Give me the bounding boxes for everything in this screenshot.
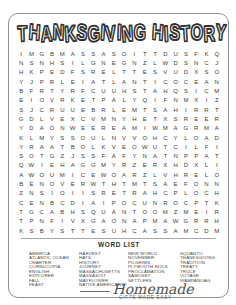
grid-cell: N bbox=[98, 58, 108, 67]
grid-cell: O bbox=[140, 133, 150, 142]
grid-cell: I bbox=[67, 58, 77, 67]
grid-cell: R bbox=[160, 198, 170, 207]
grid-cell: N bbox=[109, 114, 119, 123]
grid-cell: T bbox=[98, 179, 108, 188]
grid-cell: E bbox=[78, 95, 88, 104]
grid-cell: Q bbox=[170, 86, 180, 95]
grid-cell: K bbox=[98, 142, 108, 151]
grid-cell: X bbox=[67, 114, 77, 123]
grid-cell: F bbox=[98, 151, 108, 160]
grid-cell: L bbox=[109, 105, 119, 114]
grid-cell: I bbox=[150, 77, 160, 86]
grid-cell: V bbox=[47, 95, 57, 104]
grid-cell: H bbox=[212, 216, 222, 225]
grid-cell: S bbox=[16, 151, 26, 160]
grid-cell: S bbox=[57, 133, 67, 142]
grid-cell: W bbox=[26, 170, 36, 179]
grid-cell: O bbox=[170, 198, 180, 207]
grid-cell: S bbox=[150, 179, 160, 188]
grid-cell: O bbox=[37, 170, 47, 179]
grid-cell: H bbox=[57, 161, 67, 170]
grid-cell: S bbox=[98, 226, 108, 235]
grid-cell: O bbox=[47, 123, 57, 132]
grid-cell: V bbox=[57, 179, 67, 188]
grid-cell: Y bbox=[119, 114, 129, 123]
grid-cell: T bbox=[129, 68, 139, 77]
grid-cell: A bbox=[160, 105, 170, 114]
grid-cell: C bbox=[170, 142, 180, 151]
grid-cell: L bbox=[37, 114, 47, 123]
grid-cell: F bbox=[47, 216, 57, 225]
grid-cell: D bbox=[212, 133, 222, 142]
grid-cell: C bbox=[160, 133, 170, 142]
grid-cell: N bbox=[212, 77, 222, 86]
grid-cell: M bbox=[150, 216, 160, 225]
grid-cell: D bbox=[26, 123, 36, 132]
grid-cell: M bbox=[26, 49, 36, 58]
logo-rule bbox=[80, 291, 110, 292]
title-letter: H bbox=[28, 20, 41, 47]
grid-cell: R bbox=[181, 170, 191, 179]
grid-cell: R bbox=[191, 216, 201, 225]
grid-cell: V bbox=[129, 133, 139, 142]
grid-cell: N bbox=[26, 188, 36, 197]
grid-cell: O bbox=[37, 95, 47, 104]
grid-cell: W bbox=[67, 123, 77, 132]
grid-cell: I bbox=[212, 142, 222, 151]
grid-cell: H bbox=[150, 188, 160, 197]
grid-cell: O bbox=[26, 151, 36, 160]
grid-cell: C bbox=[16, 198, 26, 207]
grid-cell: U bbox=[98, 86, 108, 95]
grid-cell: E bbox=[109, 188, 119, 197]
grid-cell: C bbox=[78, 114, 88, 123]
grid-cell: U bbox=[170, 68, 180, 77]
grid-cell: L bbox=[181, 188, 191, 197]
grid-cell: Q bbox=[212, 49, 222, 58]
grid-cell: W bbox=[160, 58, 170, 67]
grid-cell: A bbox=[201, 151, 211, 160]
grid-cell: P bbox=[37, 68, 47, 77]
grid-cell: E bbox=[57, 114, 67, 123]
grid-cell: T bbox=[47, 86, 57, 95]
grid-cell: L bbox=[88, 142, 98, 151]
grid-cell: E bbox=[67, 77, 77, 86]
grid-cell: W bbox=[150, 123, 160, 132]
grid-cell: T bbox=[78, 226, 88, 235]
grid-cell: C bbox=[37, 207, 47, 216]
grid-cell: T bbox=[150, 49, 160, 58]
grid-cell: T bbox=[150, 114, 160, 123]
grid-cell: R bbox=[201, 105, 211, 114]
grid-cell: O bbox=[109, 170, 119, 179]
grid-cell: C bbox=[201, 58, 211, 67]
grid-cell: N bbox=[37, 216, 47, 225]
grid-cell: B bbox=[37, 226, 47, 235]
grid-cell: E bbox=[47, 68, 57, 77]
grid-cell: T bbox=[140, 86, 150, 95]
grid-cell: L bbox=[150, 58, 160, 67]
title-letter: N bbox=[121, 21, 134, 48]
grid-cell: S bbox=[181, 86, 191, 95]
grid-cell: P bbox=[140, 216, 150, 225]
grid-cell: T bbox=[140, 179, 150, 188]
grid-cell: X bbox=[191, 161, 201, 170]
puzzle-title: THANKSGIVING HISTORY bbox=[18, 21, 219, 47]
grid-cell: L bbox=[26, 133, 36, 142]
grid-cell: L bbox=[150, 170, 160, 179]
grid-cell: E bbox=[170, 179, 180, 188]
grid-cell: A bbox=[170, 123, 180, 132]
grid-cell: A bbox=[170, 226, 180, 235]
grid-cell: T bbox=[201, 198, 211, 207]
grid-cell: B bbox=[57, 207, 67, 216]
grid-cell: V bbox=[47, 114, 57, 123]
grid-cell: T bbox=[37, 151, 47, 160]
grid-cell: A bbox=[201, 133, 211, 142]
grid-cell: R bbox=[47, 105, 57, 114]
grid-cell: C bbox=[57, 198, 67, 207]
grid-cell: S bbox=[67, 133, 77, 142]
grid-cell: M bbox=[160, 123, 170, 132]
grid-cell: V bbox=[67, 216, 77, 225]
grid-cell: N bbox=[109, 133, 119, 142]
grid-cell: K bbox=[67, 95, 77, 104]
grid-cell: O bbox=[140, 207, 150, 216]
grid-cell: L bbox=[109, 77, 119, 86]
grid-cell: F bbox=[160, 95, 170, 104]
grid-cell: O bbox=[78, 142, 88, 151]
grid-cell: U bbox=[98, 207, 108, 216]
grid-cell: E bbox=[191, 170, 201, 179]
grid-cell: N bbox=[191, 58, 201, 67]
grid-cell: L bbox=[181, 133, 191, 142]
grid-cell: H bbox=[67, 207, 77, 216]
grid-cell: Z bbox=[140, 170, 150, 179]
grid-cell: M bbox=[98, 161, 108, 170]
grid-cell: E bbox=[119, 105, 129, 114]
grid-cell: N bbox=[140, 151, 150, 160]
grid-cell: M bbox=[160, 207, 170, 216]
title-letter: O bbox=[190, 20, 203, 47]
grid-cell: T bbox=[129, 207, 139, 216]
grid-cell: T bbox=[140, 77, 150, 86]
grid-cell: E bbox=[26, 179, 36, 188]
grid-cell: S bbox=[57, 226, 67, 235]
grid-cell: G bbox=[88, 161, 98, 170]
grid-cell: R bbox=[212, 114, 222, 123]
grid-cell: N bbox=[129, 58, 139, 67]
grid-cell: T bbox=[160, 151, 170, 160]
grid-cell: H bbox=[109, 179, 119, 188]
logo: Homemade GIFTS MADE EASY bbox=[80, 282, 225, 300]
title-letter: S bbox=[169, 20, 180, 47]
grid-cell: V bbox=[119, 133, 129, 142]
grid-cell: J bbox=[26, 77, 36, 86]
grid-cell: D bbox=[181, 161, 191, 170]
grid-cell: E bbox=[47, 161, 57, 170]
grid-cell: O bbox=[191, 133, 201, 142]
grid-cell: Z bbox=[212, 95, 222, 104]
word-list-column: AMERICAATLANTIC OCEANCHARTERCORNUCOPIAEN… bbox=[29, 251, 79, 287]
grid-cell: M bbox=[212, 86, 222, 95]
grid-cell: E bbox=[88, 123, 98, 132]
grid-cell: J bbox=[67, 151, 77, 160]
grid-cell: E bbox=[16, 95, 26, 104]
grid-cell: L bbox=[201, 161, 211, 170]
grid-cell: N bbox=[37, 198, 47, 207]
grid-cell: U bbox=[170, 49, 180, 58]
grid-cell: Q bbox=[140, 95, 150, 104]
grid-cell: H bbox=[170, 161, 180, 170]
grid-cell: G bbox=[16, 114, 26, 123]
grid-cell: V bbox=[88, 114, 98, 123]
grid-cell: N bbox=[170, 95, 180, 104]
grid-cell: R bbox=[78, 179, 88, 188]
grid-cell: O bbox=[47, 179, 57, 188]
title-letter: T bbox=[180, 21, 191, 48]
grid-cell: T bbox=[16, 216, 26, 225]
grid-cell: R bbox=[191, 123, 201, 132]
word-list-divider bbox=[21, 238, 216, 239]
grid-cell: C bbox=[37, 105, 47, 114]
grid-cell: E bbox=[191, 77, 201, 86]
grid-cell: S bbox=[88, 49, 98, 58]
grid-cell: P bbox=[109, 198, 119, 207]
grid-cell: M bbox=[129, 123, 139, 132]
grid-cell: C bbox=[78, 170, 88, 179]
grid-cell: M bbox=[98, 114, 108, 123]
grid-cell: A bbox=[88, 77, 98, 86]
grid-cell: M bbox=[57, 49, 67, 58]
grid-cell: N bbox=[129, 77, 139, 86]
grid-cell: Y bbox=[170, 133, 180, 142]
grid-cell: M bbox=[201, 123, 211, 132]
title-letter: R bbox=[203, 21, 215, 48]
title-letter: V bbox=[105, 21, 117, 48]
grid-cell: A bbox=[67, 49, 77, 58]
word-list-item: FEAST bbox=[29, 283, 79, 288]
grid-cell: C bbox=[160, 188, 170, 197]
grid-cell: O bbox=[119, 198, 129, 207]
grid-cell: A bbox=[88, 198, 98, 207]
grid-cell: S bbox=[88, 151, 98, 160]
grid-cell: A bbox=[47, 142, 57, 151]
grid-cell: S bbox=[109, 49, 119, 58]
grid-cell: C bbox=[181, 198, 191, 207]
title-letter: S bbox=[76, 20, 88, 47]
grid-cell: A bbox=[37, 142, 47, 151]
grid-cell: B bbox=[16, 86, 26, 95]
grid-cell: C bbox=[181, 77, 191, 86]
grid-cell: N bbox=[212, 179, 222, 188]
grid-cell: A bbox=[129, 216, 139, 225]
grid-cell: R bbox=[129, 188, 139, 197]
grid-cell: Y bbox=[129, 151, 139, 160]
grid-cell: G bbox=[88, 216, 98, 225]
grid-cell: E bbox=[119, 142, 129, 151]
word-list-heading: WORD LIST bbox=[21, 241, 217, 249]
grid-cell: T bbox=[140, 105, 150, 114]
grid-cell: S bbox=[88, 188, 98, 197]
grid-cell: S bbox=[129, 86, 139, 95]
grid-cell: U bbox=[47, 170, 57, 179]
grid-cell: I bbox=[98, 198, 108, 207]
title-letter: G bbox=[133, 20, 146, 47]
grid-cell: V bbox=[109, 142, 119, 151]
grid-cell: A bbox=[150, 151, 160, 160]
grid-cell: C bbox=[129, 226, 139, 235]
grid-cell: R bbox=[181, 114, 191, 123]
grid-cell: N bbox=[37, 179, 47, 188]
grid-cell: G bbox=[47, 151, 57, 160]
grid-cell: I bbox=[181, 142, 191, 151]
grid-cell: T bbox=[16, 207, 26, 216]
grid-cell: E bbox=[67, 179, 77, 188]
grid-cell: I bbox=[78, 188, 88, 197]
grid-cell: P bbox=[37, 77, 47, 86]
grid-cell: A bbox=[212, 123, 222, 132]
grid-cell: N bbox=[119, 216, 129, 225]
grid-cell: T bbox=[88, 95, 98, 104]
grid-cell: U bbox=[109, 226, 119, 235]
grid-cell: Z bbox=[16, 188, 26, 197]
grid-cell: I bbox=[78, 77, 88, 86]
grid-cell: R bbox=[119, 161, 129, 170]
grid-cell: R bbox=[98, 123, 108, 132]
grid-cell: X bbox=[191, 95, 201, 104]
grid-cell: R bbox=[26, 142, 36, 151]
grid-cell: A bbox=[140, 188, 150, 197]
grid-cell: Z bbox=[170, 207, 180, 216]
grid-cell: R bbox=[201, 216, 211, 225]
grid-cell: W bbox=[170, 216, 180, 225]
grid-cell: H bbox=[16, 68, 26, 77]
grid-cell: L bbox=[78, 58, 88, 67]
grid-cell: E bbox=[109, 58, 119, 67]
grid-cell: G bbox=[181, 216, 191, 225]
grid-cell: S bbox=[16, 105, 26, 114]
grid-cell: S bbox=[37, 188, 47, 197]
title-letter: K bbox=[64, 21, 77, 48]
grid-cell: Z bbox=[57, 151, 67, 160]
grid-cell: T bbox=[119, 188, 129, 197]
grid-cell: S bbox=[160, 226, 170, 235]
grid-cell: C bbox=[160, 77, 170, 86]
grid-cell: F bbox=[119, 151, 129, 160]
grid-cell: A bbox=[119, 123, 129, 132]
grid-cell: S bbox=[181, 58, 191, 67]
grid-cell: S bbox=[181, 49, 191, 58]
grid-cell: X bbox=[191, 68, 201, 77]
grid-cell: O bbox=[170, 77, 180, 86]
grid-cell: N bbox=[37, 58, 47, 67]
grid-cell: M bbox=[181, 207, 191, 216]
grid-cell: X bbox=[160, 161, 170, 170]
grid-cell: R bbox=[98, 188, 108, 197]
grid-cell: U bbox=[109, 86, 119, 95]
grid-cell: K bbox=[16, 133, 26, 142]
grid-cell: A bbox=[119, 77, 129, 86]
grid-cell: I bbox=[191, 86, 201, 95]
grid-cell: S bbox=[170, 114, 180, 123]
grid-cell: S bbox=[57, 58, 67, 67]
grid-cell: F bbox=[181, 179, 191, 188]
grid-cell: I bbox=[201, 207, 211, 216]
grid-cell: G bbox=[181, 123, 191, 132]
grid-cell: R bbox=[37, 86, 47, 95]
grid-cell: H bbox=[170, 105, 180, 114]
grid-cell: A bbox=[109, 151, 119, 160]
grid-cell: O bbox=[191, 188, 201, 197]
grid-cell: Q bbox=[88, 207, 98, 216]
title-letter: N bbox=[52, 20, 64, 47]
grid-cell: A bbox=[201, 77, 211, 86]
grid-cell: H bbox=[212, 188, 222, 197]
grid-cell: O bbox=[78, 133, 88, 142]
grid-cell: I bbox=[212, 161, 222, 170]
grid-cell: P bbox=[181, 151, 191, 160]
grid-cell: O bbox=[212, 68, 222, 77]
grid-cell: Q bbox=[16, 161, 26, 170]
grid-cell: O bbox=[150, 207, 160, 216]
grid-cell: A bbox=[140, 226, 150, 235]
grid-cell: Y bbox=[129, 95, 139, 104]
grid-cell: M bbox=[57, 170, 67, 179]
grid-cell: A bbox=[37, 123, 47, 132]
grid-cell: C bbox=[201, 188, 211, 197]
grid-cell: G bbox=[26, 207, 36, 216]
grid-cell: O bbox=[212, 170, 222, 179]
grid-cell: A bbox=[109, 207, 119, 216]
grid-cell: O bbox=[129, 142, 139, 151]
grid-cell: G bbox=[119, 58, 129, 67]
grid-cell: S bbox=[78, 49, 88, 58]
grid-cell: Y bbox=[47, 133, 57, 142]
grid-cell: B bbox=[47, 49, 57, 58]
grid-cell: I bbox=[78, 198, 88, 207]
grid-cell: Z bbox=[140, 58, 150, 67]
grid-cell: M bbox=[129, 179, 139, 188]
grid-cell: H bbox=[150, 133, 160, 142]
grid-cell: P bbox=[191, 151, 201, 160]
grid-cell: W bbox=[140, 142, 150, 151]
grid-cell: E bbox=[78, 105, 88, 114]
grid-cell: M bbox=[181, 226, 191, 235]
grid-cell: H bbox=[119, 226, 129, 235]
grid-cell: B bbox=[67, 142, 77, 151]
grid-cell: E bbox=[140, 68, 150, 77]
grid-cell: R bbox=[57, 95, 67, 104]
grid-cell: C bbox=[129, 198, 139, 207]
grid-cell: V bbox=[160, 68, 170, 77]
grid-cell: I bbox=[201, 95, 211, 104]
grid-cell: E bbox=[191, 114, 201, 123]
grid-cell: K bbox=[212, 198, 222, 207]
grid-cell: A bbox=[109, 95, 119, 104]
grid-cell: K bbox=[201, 49, 211, 58]
grid-cell: C bbox=[201, 86, 211, 95]
grid-cell: V bbox=[160, 170, 170, 179]
grid-cell: X bbox=[160, 114, 170, 123]
grid-cell: D bbox=[181, 68, 191, 77]
grid-cell: B bbox=[88, 105, 98, 114]
grid-cell: F bbox=[67, 68, 77, 77]
grid-cell: I bbox=[37, 161, 47, 170]
grid-cell: W bbox=[26, 161, 36, 170]
grid-cell: I bbox=[181, 105, 191, 114]
grid-cell: N bbox=[16, 58, 26, 67]
